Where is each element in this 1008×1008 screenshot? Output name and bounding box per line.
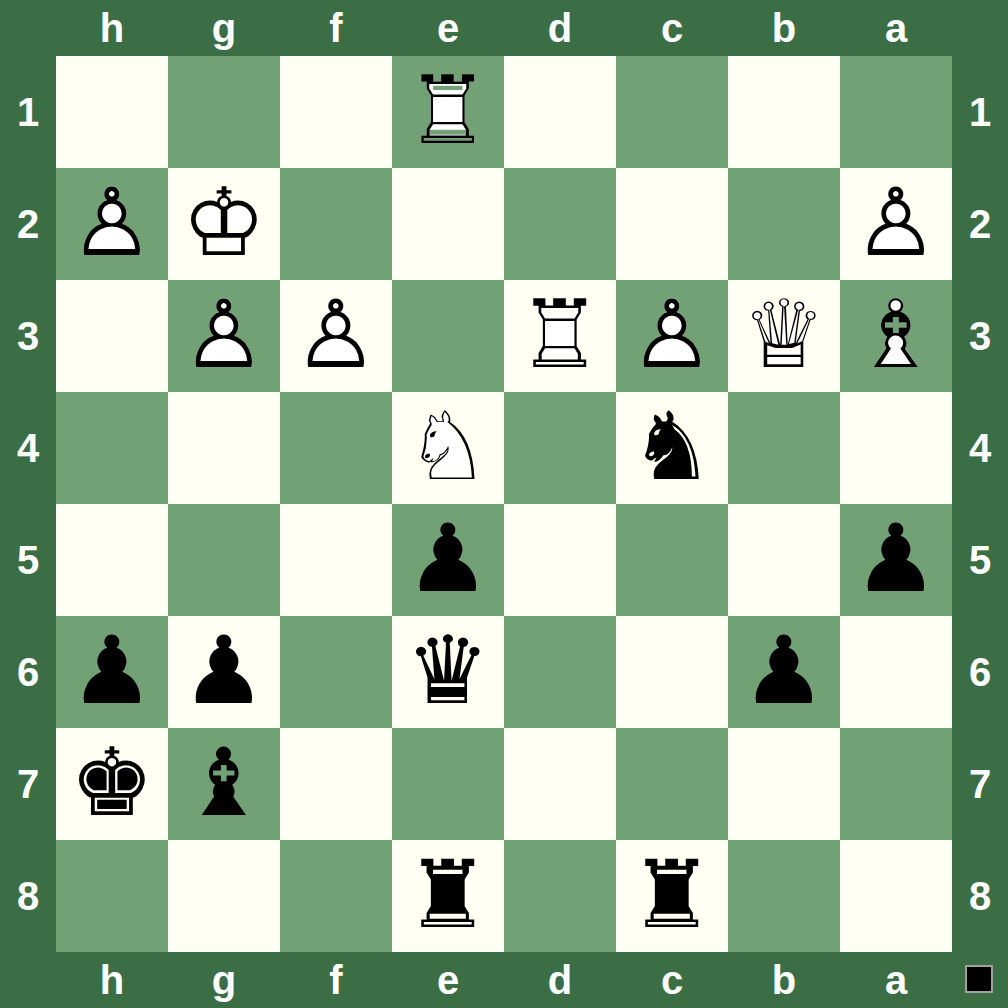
piece-outline-glyph: ♙ (168, 280, 280, 392)
piece-wK-g2[interactable]: ♚♔ (168, 168, 280, 280)
square-a2[interactable]: ♟♙ (840, 168, 952, 280)
square-a6[interactable] (840, 616, 952, 728)
square-c3[interactable]: ♟♙ (616, 280, 728, 392)
square-g4[interactable] (168, 392, 280, 504)
file-label-bottom-e: e (392, 952, 504, 1008)
square-f1[interactable] (280, 56, 392, 168)
piece-bP-g6[interactable]: ♟ (168, 616, 280, 728)
rank-label-left-1: 1 (0, 56, 56, 168)
square-c5[interactable] (616, 504, 728, 616)
square-b7[interactable] (728, 728, 840, 840)
square-f4[interactable] (280, 392, 392, 504)
file-label-top-h: h (56, 0, 168, 56)
file-label-top-g: g (168, 0, 280, 56)
piece-bR-c8[interactable]: ♜ (616, 840, 728, 952)
square-h8[interactable] (56, 840, 168, 952)
piece-outline-glyph: ♖ (504, 280, 616, 392)
square-a7[interactable] (840, 728, 952, 840)
piece-bP-e5[interactable]: ♟ (392, 504, 504, 616)
file-label-top-d: d (504, 0, 616, 56)
rank-label-left-5: 5 (0, 504, 56, 616)
square-e2[interactable] (392, 168, 504, 280)
piece-outline-glyph: ♕ (728, 280, 840, 392)
square-a8[interactable] (840, 840, 952, 952)
piece-wR-d3[interactable]: ♜♖ (504, 280, 616, 392)
rank-label-right-3: 3 (952, 280, 1008, 392)
square-f6[interactable] (280, 616, 392, 728)
piece-outline-glyph: ♙ (56, 168, 168, 280)
square-d3[interactable]: ♜♖ (504, 280, 616, 392)
piece-wP-h2[interactable]: ♟♙ (56, 168, 168, 280)
piece-fill-glyph: ♞ (616, 392, 728, 504)
square-e8[interactable]: ♜ (392, 840, 504, 952)
piece-fill-glyph: ♝ (168, 728, 280, 840)
file-label-bottom-f: f (280, 952, 392, 1008)
piece-wQ-b3[interactable]: ♛♕ (728, 280, 840, 392)
square-c2[interactable] (616, 168, 728, 280)
square-h7[interactable]: ♚ (56, 728, 168, 840)
black-to-move-indicator (965, 965, 993, 993)
square-f2[interactable] (280, 168, 392, 280)
piece-fill-glyph: ♟ (392, 504, 504, 616)
rank-label-right-8: 8 (952, 840, 1008, 952)
piece-bR-e8[interactable]: ♜ (392, 840, 504, 952)
piece-outline-glyph: ♔ (168, 168, 280, 280)
piece-wB-a3[interactable]: ♝♗ (840, 280, 952, 392)
file-label-bottom-a: a (840, 952, 952, 1008)
square-d6[interactable] (504, 616, 616, 728)
square-g5[interactable] (168, 504, 280, 616)
square-b3[interactable]: ♛♕ (728, 280, 840, 392)
rank-label-left-4: 4 (0, 392, 56, 504)
square-b5[interactable] (728, 504, 840, 616)
file-label-bottom-h: h (56, 952, 168, 1008)
piece-bP-h6[interactable]: ♟ (56, 616, 168, 728)
square-d5[interactable] (504, 504, 616, 616)
square-h2[interactable]: ♟♙ (56, 168, 168, 280)
square-d1[interactable] (504, 56, 616, 168)
rank-label-left-2: 2 (0, 168, 56, 280)
piece-outline-glyph: ♙ (280, 280, 392, 392)
rank-label-right-4: 4 (952, 392, 1008, 504)
piece-bP-a5[interactable]: ♟ (840, 504, 952, 616)
file-label-top-a: a (840, 0, 952, 56)
piece-wP-f3[interactable]: ♟♙ (280, 280, 392, 392)
piece-fill-glyph: ♚ (56, 728, 168, 840)
piece-fill-glyph: ♟ (840, 504, 952, 616)
rank-label-right-5: 5 (952, 504, 1008, 616)
piece-outline-glyph: ♖ (392, 56, 504, 168)
square-h6[interactable]: ♟ (56, 616, 168, 728)
square-g6[interactable]: ♟ (168, 616, 280, 728)
chess-diagram: ♜♖♟♙♚♔♟♙♟♙♟♙♜♖♟♙♛♕♝♗♞♘♞♟♟♟♟♛♟♚♝♜♜ hhggff… (0, 0, 1008, 1008)
square-g2[interactable]: ♚♔ (168, 168, 280, 280)
square-f5[interactable] (280, 504, 392, 616)
square-a5[interactable]: ♟ (840, 504, 952, 616)
square-f8[interactable] (280, 840, 392, 952)
square-h4[interactable] (56, 392, 168, 504)
square-e1[interactable]: ♜♖ (392, 56, 504, 168)
piece-outline-glyph: ♘ (392, 392, 504, 504)
square-d2[interactable] (504, 168, 616, 280)
file-label-top-e: e (392, 0, 504, 56)
square-c7[interactable] (616, 728, 728, 840)
square-e4[interactable]: ♞♘ (392, 392, 504, 504)
square-a1[interactable] (840, 56, 952, 168)
square-b2[interactable] (728, 168, 840, 280)
piece-outline-glyph: ♗ (840, 280, 952, 392)
square-h5[interactable] (56, 504, 168, 616)
square-e6[interactable]: ♛ (392, 616, 504, 728)
square-e3[interactable] (392, 280, 504, 392)
square-a4[interactable] (840, 392, 952, 504)
piece-bN-c4[interactable]: ♞ (616, 392, 728, 504)
file-label-top-f: f (280, 0, 392, 56)
square-e7[interactable] (392, 728, 504, 840)
square-b4[interactable] (728, 392, 840, 504)
piece-bB-g7[interactable]: ♝ (168, 728, 280, 840)
piece-wP-a2[interactable]: ♟♙ (840, 168, 952, 280)
square-f3[interactable]: ♟♙ (280, 280, 392, 392)
chess-board: ♜♖♟♙♚♔♟♙♟♙♟♙♜♖♟♙♛♕♝♗♞♘♞♟♟♟♟♛♟♚♝♜♜ (56, 56, 952, 952)
piece-wP-c3[interactable]: ♟♙ (616, 280, 728, 392)
rank-label-right-7: 7 (952, 728, 1008, 840)
square-g7[interactable]: ♝ (168, 728, 280, 840)
piece-outline-glyph: ♙ (616, 280, 728, 392)
square-h1[interactable] (56, 56, 168, 168)
piece-outline-glyph: ♙ (840, 168, 952, 280)
piece-fill-glyph: ♟ (56, 616, 168, 728)
square-c1[interactable] (616, 56, 728, 168)
rank-label-left-8: 8 (0, 840, 56, 952)
square-b1[interactable] (728, 56, 840, 168)
piece-wP-g3[interactable]: ♟♙ (168, 280, 280, 392)
square-e5[interactable]: ♟ (392, 504, 504, 616)
file-label-bottom-c: c (616, 952, 728, 1008)
piece-wR-e1[interactable]: ♜♖ (392, 56, 504, 168)
square-f7[interactable] (280, 728, 392, 840)
square-g1[interactable] (168, 56, 280, 168)
square-b6[interactable]: ♟ (728, 616, 840, 728)
square-a3[interactable]: ♝♗ (840, 280, 952, 392)
square-c8[interactable]: ♜ (616, 840, 728, 952)
rank-label-right-1: 1 (952, 56, 1008, 168)
square-g3[interactable]: ♟♙ (168, 280, 280, 392)
square-d7[interactable] (504, 728, 616, 840)
file-label-bottom-b: b (728, 952, 840, 1008)
rank-label-right-6: 6 (952, 616, 1008, 728)
piece-fill-glyph: ♜ (616, 840, 728, 952)
piece-fill-glyph: ♛ (392, 616, 504, 728)
piece-fill-glyph: ♟ (168, 616, 280, 728)
piece-fill-glyph: ♟ (728, 616, 840, 728)
rank-label-left-6: 6 (0, 616, 56, 728)
file-label-top-b: b (728, 0, 840, 56)
file-label-bottom-g: g (168, 952, 280, 1008)
square-d8[interactable] (504, 840, 616, 952)
piece-bP-b6[interactable]: ♟ (728, 616, 840, 728)
file-label-bottom-d: d (504, 952, 616, 1008)
rank-label-left-7: 7 (0, 728, 56, 840)
square-h3[interactable] (56, 280, 168, 392)
file-label-top-c: c (616, 0, 728, 56)
rank-label-left-3: 3 (0, 280, 56, 392)
square-d4[interactable] (504, 392, 616, 504)
piece-bK-h7[interactable]: ♚ (56, 728, 168, 840)
square-b8[interactable] (728, 840, 840, 952)
piece-bQ-e6[interactable]: ♛ (392, 616, 504, 728)
piece-wN-e4[interactable]: ♞♘ (392, 392, 504, 504)
square-c6[interactable] (616, 616, 728, 728)
rank-label-right-2: 2 (952, 168, 1008, 280)
square-c4[interactable]: ♞ (616, 392, 728, 504)
piece-fill-glyph: ♜ (392, 840, 504, 952)
square-g8[interactable] (168, 840, 280, 952)
